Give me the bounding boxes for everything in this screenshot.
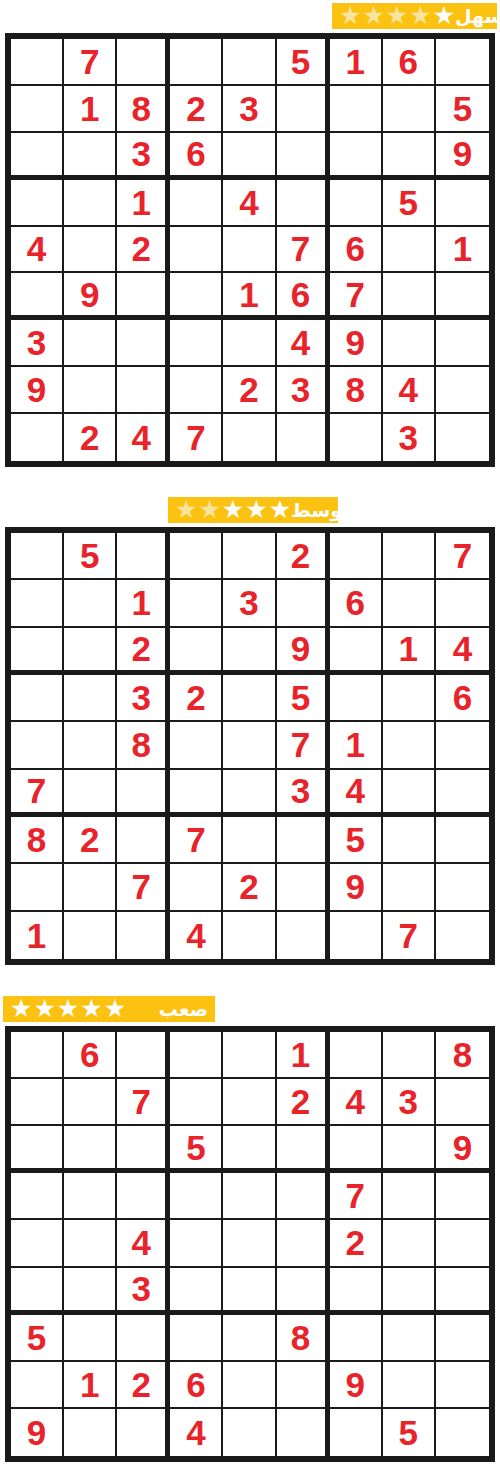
cell-hard-r7c1[interactable]: 5 [11, 1315, 64, 1362]
cell-hard-r3c4[interactable]: 5 [170, 1126, 223, 1173]
cell-easy-r1c6[interactable]: 5 [277, 39, 330, 86]
cell-easy-r5c8[interactable] [383, 227, 436, 274]
cell-medium-r8c3[interactable]: 7 [117, 864, 170, 911]
cell-easy-r8c9[interactable] [436, 367, 489, 414]
cell-medium-r1c3[interactable] [117, 533, 170, 580]
cell-medium-r3c9[interactable]: 4 [436, 628, 489, 675]
cell-hard-r9c1[interactable]: 9 [11, 1409, 64, 1456]
cell-hard-r6c7[interactable] [330, 1268, 383, 1315]
cell-hard-r5c1[interactable] [11, 1220, 64, 1267]
cell-easy-r5c1[interactable]: 4 [11, 227, 64, 274]
cell-medium-r6c8[interactable] [383, 770, 436, 817]
cell-hard-r8c5[interactable] [223, 1362, 276, 1409]
star-empty-icon: ★ [362, 3, 384, 28]
cell-hard-r7c3[interactable] [117, 1315, 170, 1362]
cell-easy-r5c9[interactable]: 1 [436, 227, 489, 274]
cell-medium-r2c5[interactable]: 3 [223, 580, 276, 627]
cell-medium-r1c5[interactable] [223, 533, 276, 580]
cell-medium-r8c7[interactable]: 9 [330, 864, 383, 911]
cell-hard-r9c4[interactable]: 4 [170, 1409, 223, 1456]
cell-easy-r7c5[interactable] [223, 320, 276, 367]
cell-hard-r8c6[interactable] [277, 1362, 330, 1409]
cell-easy-r6c6[interactable]: 6 [277, 273, 330, 320]
cell-hard-r3c9[interactable]: 9 [436, 1126, 489, 1173]
cell-easy-r3c7[interactable] [330, 133, 383, 180]
cell-easy-r2c6[interactable] [277, 86, 330, 133]
cell-easy-r8c1[interactable]: 9 [11, 367, 64, 414]
cell-medium-r7c7[interactable]: 5 [330, 817, 383, 864]
cell-medium-r8c4[interactable] [170, 864, 223, 911]
cell-easy-r6c8[interactable] [383, 273, 436, 320]
cell-medium-r9c3[interactable] [117, 912, 170, 959]
cell-medium-r9c9[interactable] [436, 912, 489, 959]
cell-easy-r7c8[interactable] [383, 320, 436, 367]
cell-medium-r4c7[interactable] [330, 675, 383, 722]
cell-hard-r5c8[interactable] [383, 1220, 436, 1267]
cell-hard-r3c5[interactable] [223, 1126, 276, 1173]
cell-easy-r7c1[interactable]: 3 [11, 320, 64, 367]
cell-hard-r2c4[interactable] [170, 1079, 223, 1126]
cell-medium-r5c6[interactable]: 7 [277, 722, 330, 769]
cell-hard-r6c5[interactable] [223, 1268, 276, 1315]
cell-medium-r7c1[interactable]: 8 [11, 817, 64, 864]
cell-medium-r9c7[interactable] [330, 912, 383, 959]
cell-medium-r8c1[interactable] [11, 864, 64, 911]
cell-medium-r5c7[interactable]: 1 [330, 722, 383, 769]
cell-medium-r7c6[interactable] [277, 817, 330, 864]
sudoku-board-hard: 6187243597423581269945 [5, 1026, 495, 1462]
cell-medium-r5c3[interactable]: 8 [117, 722, 170, 769]
cell-hard-r1c1[interactable] [11, 1032, 64, 1079]
cell-hard-r2c5[interactable] [223, 1079, 276, 1126]
cell-medium-r6c1[interactable]: 7 [11, 770, 64, 817]
difficulty-stars-hard: ★★★★★ [10, 997, 126, 1022]
cell-easy-r9c3[interactable]: 4 [117, 414, 170, 461]
star-filled-icon: ★ [245, 497, 267, 522]
cell-medium-r3c2[interactable] [64, 628, 117, 675]
cell-hard-r6c3[interactable]: 3 [117, 1268, 170, 1315]
cell-medium-r4c5[interactable] [223, 675, 276, 722]
cell-medium-r5c8[interactable] [383, 722, 436, 769]
cell-medium-r6c6[interactable]: 3 [277, 770, 330, 817]
cell-hard-r1c5[interactable] [223, 1032, 276, 1079]
star-filled-icon: ★ [433, 3, 455, 28]
cell-easy-r8c5[interactable]: 2 [223, 367, 276, 414]
cell-easy-r8c2[interactable] [64, 367, 117, 414]
cell-medium-r1c9[interactable]: 7 [436, 533, 489, 580]
cell-hard-r2c9[interactable] [436, 1079, 489, 1126]
cell-hard-r9c5[interactable] [223, 1409, 276, 1456]
cell-medium-r3c7[interactable] [330, 628, 383, 675]
cell-easy-r5c2[interactable] [64, 227, 117, 274]
cell-easy-r3c5[interactable] [223, 133, 276, 180]
cell-hard-r9c2[interactable] [64, 1409, 117, 1456]
cell-hard-r3c8[interactable] [383, 1126, 436, 1173]
cell-hard-r4c3[interactable] [117, 1173, 170, 1220]
cell-medium-r7c8[interactable] [383, 817, 436, 864]
cell-easy-r9c1[interactable] [11, 414, 64, 461]
cell-easy-r2c2[interactable]: 1 [64, 86, 117, 133]
cell-easy-r3c9[interactable]: 9 [436, 133, 489, 180]
cell-easy-r2c1[interactable] [11, 86, 64, 133]
cell-easy-r7c4[interactable] [170, 320, 223, 367]
cell-hard-r5c6[interactable] [277, 1220, 330, 1267]
cell-easy-r5c3[interactable]: 2 [117, 227, 170, 274]
cell-hard-r3c1[interactable] [11, 1126, 64, 1173]
difficulty-banner-medium: ★★★★★ وسط [168, 497, 338, 523]
cell-easy-r4c2[interactable] [64, 180, 117, 227]
star-filled-icon: ★ [57, 996, 79, 1021]
cell-easy-r9c9[interactable] [436, 414, 489, 461]
cell-easy-r6c5[interactable]: 1 [223, 273, 276, 320]
star-empty-icon: ★ [386, 3, 408, 28]
star-empty-icon: ★ [198, 497, 220, 522]
cell-easy-r7c3[interactable] [117, 320, 170, 367]
cell-hard-r6c2[interactable] [64, 1268, 117, 1315]
cell-hard-r4c6[interactable] [277, 1173, 330, 1220]
cell-medium-r1c8[interactable] [383, 533, 436, 580]
cell-hard-r3c7[interactable] [330, 1126, 383, 1173]
difficulty-stars-medium: ★★★★★ [175, 498, 291, 523]
cell-easy-r9c2[interactable]: 2 [64, 414, 117, 461]
cell-medium-r9c8[interactable]: 7 [383, 912, 436, 959]
cell-easy-r6c9[interactable] [436, 273, 489, 320]
cell-medium-r2c1[interactable] [11, 580, 64, 627]
cell-medium-r8c6[interactable] [277, 864, 330, 911]
cell-hard-r3c2[interactable] [64, 1126, 117, 1173]
cell-hard-r6c6[interactable] [277, 1268, 330, 1315]
cell-easy-r3c8[interactable] [383, 133, 436, 180]
cell-medium-r1c6[interactable]: 2 [277, 533, 330, 580]
cell-hard-r4c8[interactable] [383, 1173, 436, 1220]
difficulty-label-medium: وسط [291, 501, 342, 520]
cell-hard-r8c1[interactable] [11, 1362, 64, 1409]
star-filled-icon: ★ [104, 996, 126, 1021]
cell-medium-r2c2[interactable] [64, 580, 117, 627]
cell-easy-r2c9[interactable]: 5 [436, 86, 489, 133]
cell-hard-r2c6[interactable]: 2 [277, 1079, 330, 1126]
cell-medium-r8c8[interactable] [383, 864, 436, 911]
cell-hard-r3c3[interactable] [117, 1126, 170, 1173]
star-filled-icon: ★ [10, 996, 32, 1021]
cell-hard-r1c3[interactable] [117, 1032, 170, 1079]
cell-medium-r2c7[interactable]: 6 [330, 580, 383, 627]
cell-easy-r9c4[interactable]: 7 [170, 414, 223, 461]
cell-hard-r8c3[interactable]: 2 [117, 1362, 170, 1409]
cell-medium-r8c5[interactable]: 2 [223, 864, 276, 911]
cell-medium-r4c3[interactable]: 3 [117, 675, 170, 722]
cell-hard-r3c6[interactable] [277, 1126, 330, 1173]
cell-medium-r2c4[interactable] [170, 580, 223, 627]
star-filled-icon: ★ [33, 996, 55, 1021]
sudoku-board-easy: 751618235369145427619167349923842473 [5, 33, 495, 467]
star-empty-icon: ★ [175, 497, 197, 522]
cell-easy-r1c2[interactable]: 7 [64, 39, 117, 86]
cell-hard-r1c4[interactable] [170, 1032, 223, 1079]
cell-medium-r3c5[interactable] [223, 628, 276, 675]
cell-medium-r2c9[interactable] [436, 580, 489, 627]
cell-medium-r6c2[interactable] [64, 770, 117, 817]
cell-hard-r5c4[interactable] [170, 1220, 223, 1267]
cell-hard-r2c1[interactable] [11, 1079, 64, 1126]
cell-hard-r9c9[interactable] [436, 1409, 489, 1456]
cell-medium-r1c1[interactable] [11, 533, 64, 580]
cell-hard-r5c9[interactable] [436, 1220, 489, 1267]
cell-easy-r1c3[interactable] [117, 39, 170, 86]
cell-hard-r2c7[interactable]: 4 [330, 1079, 383, 1126]
cell-hard-r4c9[interactable] [436, 1173, 489, 1220]
cell-hard-r2c8[interactable]: 3 [383, 1079, 436, 1126]
cell-hard-r7c6[interactable]: 8 [277, 1315, 330, 1362]
cell-hard-r1c9[interactable]: 8 [436, 1032, 489, 1079]
cell-medium-r9c5[interactable] [223, 912, 276, 959]
cell-easy-r2c5[interactable]: 3 [223, 86, 276, 133]
cell-hard-r9c8[interactable]: 5 [383, 1409, 436, 1456]
cell-hard-r4c5[interactable] [223, 1173, 276, 1220]
cell-hard-r7c9[interactable] [436, 1315, 489, 1362]
cell-easy-r7c7[interactable]: 9 [330, 320, 383, 367]
cell-hard-r7c4[interactable] [170, 1315, 223, 1362]
cell-medium-r3c3[interactable]: 2 [117, 628, 170, 675]
cell-easy-r6c7[interactable]: 7 [330, 273, 383, 320]
cell-hard-r6c8[interactable] [383, 1268, 436, 1315]
cell-easy-r3c6[interactable] [277, 133, 330, 180]
cell-medium-r4c1[interactable] [11, 675, 64, 722]
cell-easy-r1c8[interactable]: 6 [383, 39, 436, 86]
cell-medium-r4c8[interactable] [383, 675, 436, 722]
cell-hard-r8c7[interactable]: 9 [330, 1362, 383, 1409]
cell-easy-r6c3[interactable] [117, 273, 170, 320]
cell-hard-r8c8[interactable] [383, 1362, 436, 1409]
cell-medium-r9c4[interactable]: 4 [170, 912, 223, 959]
cell-easy-r7c9[interactable] [436, 320, 489, 367]
cell-medium-r5c2[interactable] [64, 722, 117, 769]
cell-hard-r7c7[interactable] [330, 1315, 383, 1362]
cell-easy-r7c2[interactable] [64, 320, 117, 367]
cell-medium-r5c9[interactable] [436, 722, 489, 769]
star-empty-icon: ★ [339, 3, 361, 28]
cell-hard-r5c2[interactable] [64, 1220, 117, 1267]
cell-medium-r4c2[interactable] [64, 675, 117, 722]
cell-medium-r1c7[interactable] [330, 533, 383, 580]
cell-medium-r6c5[interactable] [223, 770, 276, 817]
cell-easy-r1c7[interactable]: 1 [330, 39, 383, 86]
cell-medium-r5c1[interactable] [11, 722, 64, 769]
cell-easy-r4c6[interactable] [277, 180, 330, 227]
cell-easy-r1c1[interactable] [11, 39, 64, 86]
cell-medium-r4c6[interactable]: 5 [277, 675, 330, 722]
cell-easy-r7c6[interactable]: 4 [277, 320, 330, 367]
cell-medium-r7c9[interactable] [436, 817, 489, 864]
cell-hard-r5c7[interactable]: 2 [330, 1220, 383, 1267]
cell-medium-r9c6[interactable] [277, 912, 330, 959]
sudoku-page: ★★★★★ سهل 751618235369145427619167349923… [0, 0, 500, 1474]
cell-medium-r6c7[interactable]: 4 [330, 770, 383, 817]
cell-easy-r8c7[interactable]: 8 [330, 367, 383, 414]
cell-easy-r6c2[interactable]: 9 [64, 273, 117, 320]
cell-easy-r4c3[interactable]: 1 [117, 180, 170, 227]
cell-easy-r5c7[interactable]: 6 [330, 227, 383, 274]
cell-medium-r2c6[interactable] [277, 580, 330, 627]
cell-hard-r6c1[interactable] [11, 1268, 64, 1315]
cell-easy-r6c4[interactable] [170, 273, 223, 320]
cell-medium-r3c4[interactable] [170, 628, 223, 675]
cell-hard-r9c7[interactable] [330, 1409, 383, 1456]
cell-easy-r5c6[interactable]: 7 [277, 227, 330, 274]
cell-easy-r4c4[interactable] [170, 180, 223, 227]
cell-medium-r2c3[interactable]: 1 [117, 580, 170, 627]
cell-medium-r7c5[interactable] [223, 817, 276, 864]
cell-medium-r6c9[interactable] [436, 770, 489, 817]
cell-medium-r3c6[interactable]: 9 [277, 628, 330, 675]
difficulty-banner-hard: ★★★★★ صعب [3, 996, 215, 1022]
cell-medium-r4c9[interactable]: 6 [436, 675, 489, 722]
cell-easy-r4c7[interactable] [330, 180, 383, 227]
star-filled-icon: ★ [222, 497, 244, 522]
cell-hard-r6c9[interactable] [436, 1268, 489, 1315]
cell-easy-r3c1[interactable] [11, 133, 64, 180]
cell-easy-r2c7[interactable] [330, 86, 383, 133]
cell-hard-r8c4[interactable]: 6 [170, 1362, 223, 1409]
cell-hard-r8c2[interactable]: 1 [64, 1362, 117, 1409]
star-filled-icon: ★ [80, 996, 102, 1021]
cell-hard-r4c1[interactable] [11, 1173, 64, 1220]
cell-easy-r8c3[interactable] [117, 367, 170, 414]
cell-medium-r3c8[interactable]: 1 [383, 628, 436, 675]
cell-hard-r4c4[interactable] [170, 1173, 223, 1220]
cell-easy-r8c4[interactable] [170, 367, 223, 414]
cell-hard-r2c2[interactable] [64, 1079, 117, 1126]
cell-easy-r3c4[interactable]: 6 [170, 133, 223, 180]
cell-easy-r9c6[interactable] [277, 414, 330, 461]
cell-easy-r2c8[interactable] [383, 86, 436, 133]
cell-easy-r2c4[interactable]: 2 [170, 86, 223, 133]
difficulty-banner-easy: ★★★★★ سهل [332, 3, 497, 29]
difficulty-stars-easy: ★★★★★ [339, 4, 455, 29]
cell-hard-r1c2[interactable]: 6 [64, 1032, 117, 1079]
cell-medium-r9c2[interactable] [64, 912, 117, 959]
cell-easy-r9c7[interactable] [330, 414, 383, 461]
difficulty-label-easy: سهل [455, 7, 500, 26]
cell-medium-r3c1[interactable] [11, 628, 64, 675]
cell-hard-r7c8[interactable] [383, 1315, 436, 1362]
cell-medium-r6c4[interactable] [170, 770, 223, 817]
cell-medium-r7c4[interactable]: 7 [170, 817, 223, 864]
cell-medium-r5c5[interactable] [223, 722, 276, 769]
cell-hard-r9c6[interactable] [277, 1409, 330, 1456]
cell-hard-r7c2[interactable] [64, 1315, 117, 1362]
cell-hard-r5c3[interactable]: 4 [117, 1220, 170, 1267]
cell-hard-r1c7[interactable] [330, 1032, 383, 1079]
cell-easy-r8c8[interactable]: 4 [383, 367, 436, 414]
cell-easy-r3c3[interactable]: 3 [117, 133, 170, 180]
cell-easy-r1c9[interactable] [436, 39, 489, 86]
cell-easy-r4c1[interactable] [11, 180, 64, 227]
cell-hard-r2c3[interactable]: 7 [117, 1079, 170, 1126]
star-filled-icon: ★ [269, 497, 291, 522]
cell-hard-r8c9[interactable] [436, 1362, 489, 1409]
cell-hard-r1c8[interactable] [383, 1032, 436, 1079]
cell-easy-r1c5[interactable] [223, 39, 276, 86]
cell-easy-r4c5[interactable]: 4 [223, 180, 276, 227]
cell-easy-r4c9[interactable] [436, 180, 489, 227]
cell-hard-r6c4[interactable] [170, 1268, 223, 1315]
cell-medium-r1c2[interactable]: 5 [64, 533, 117, 580]
cell-medium-r8c9[interactable] [436, 864, 489, 911]
cell-easy-r4c8[interactable]: 5 [383, 180, 436, 227]
cell-hard-r1c6[interactable]: 1 [277, 1032, 330, 1079]
cell-medium-r6c3[interactable] [117, 770, 170, 817]
cell-easy-r9c8[interactable]: 3 [383, 414, 436, 461]
sudoku-board-medium: 527136291432568717348275729147 [5, 527, 495, 965]
star-empty-icon: ★ [409, 3, 431, 28]
cell-easy-r5c5[interactable] [223, 227, 276, 274]
cell-medium-r4c4[interactable]: 2 [170, 675, 223, 722]
cell-easy-r9c5[interactable] [223, 414, 276, 461]
cell-medium-r9c1[interactable]: 1 [11, 912, 64, 959]
cell-easy-r1c4[interactable] [170, 39, 223, 86]
cell-hard-r4c7[interactable]: 7 [330, 1173, 383, 1220]
cell-hard-r9c3[interactable] [117, 1409, 170, 1456]
cell-easy-r2c3[interactable]: 8 [117, 86, 170, 133]
cell-easy-r3c2[interactable] [64, 133, 117, 180]
cell-easy-r5c4[interactable] [170, 227, 223, 274]
cell-medium-r2c8[interactable] [383, 580, 436, 627]
cell-hard-r7c5[interactable] [223, 1315, 276, 1362]
cell-medium-r7c3[interactable] [117, 817, 170, 864]
cell-medium-r7c2[interactable]: 2 [64, 817, 117, 864]
cell-medium-r1c4[interactable] [170, 533, 223, 580]
difficulty-label-hard: صعب [159, 1000, 208, 1019]
cell-easy-r6c1[interactable] [11, 273, 64, 320]
cell-medium-r5c4[interactable] [170, 722, 223, 769]
cell-hard-r4c2[interactable] [64, 1173, 117, 1220]
cell-medium-r8c2[interactable] [64, 864, 117, 911]
cell-hard-r5c5[interactable] [223, 1220, 276, 1267]
cell-easy-r8c6[interactable]: 3 [277, 367, 330, 414]
